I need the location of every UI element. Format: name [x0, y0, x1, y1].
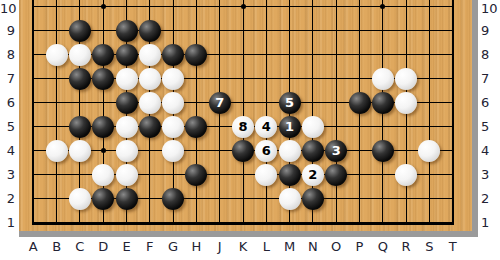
move-number-5: 5 [285, 96, 294, 109]
column-label-S: S [419, 239, 439, 255]
row-label-left-6: 6 [0, 95, 15, 111]
row-label-left-8: 8 [0, 47, 15, 63]
stone-white-C4[interactable] [69, 140, 91, 162]
stone-white-R6[interactable] [395, 92, 417, 114]
move-number-8: 8 [238, 120, 247, 133]
grid-line-col-O [336, 0, 337, 225]
stone-black-D5[interactable] [92, 116, 114, 138]
stone-black-D7[interactable] [92, 68, 114, 90]
grid-line-col-T [452, 0, 454, 225]
grid-line-col-L [266, 0, 267, 225]
column-label-B: B [47, 239, 67, 255]
stone-white-G6[interactable] [162, 92, 184, 114]
grid-line-col-S [429, 0, 430, 225]
stone-black-G2[interactable] [162, 188, 184, 210]
stone-black-N2[interactable] [302, 188, 324, 210]
stone-black-F5[interactable] [139, 116, 161, 138]
column-label-Q: Q [373, 239, 393, 255]
grid-line-row-1 [32, 222, 453, 225]
stone-black-K4[interactable] [232, 140, 254, 162]
grid-line-col-A [32, 0, 34, 225]
row-label-right-4: 4 [481, 143, 500, 159]
column-label-T: T [443, 239, 463, 255]
stone-black-E8[interactable] [116, 44, 138, 66]
column-label-P: P [350, 239, 370, 255]
column-label-R: R [396, 239, 416, 255]
column-label-O: O [326, 239, 346, 255]
move-number-3: 3 [332, 144, 341, 157]
row-label-left-4: 4 [0, 143, 15, 159]
row-label-left-2: 2 [0, 191, 15, 207]
stone-white-N3[interactable]: 2 [302, 164, 324, 186]
stone-white-F8[interactable] [139, 44, 161, 66]
stone-black-H8[interactable] [185, 44, 207, 66]
grid-line-col-B [56, 0, 57, 225]
column-label-A: A [23, 239, 43, 255]
go-diagram: 758416321010998877665544332211ABCDEFGHJK… [0, 0, 500, 260]
grid-line-col-H [196, 0, 197, 225]
stone-white-F6[interactable] [139, 92, 161, 114]
row-label-right-3: 3 [481, 167, 500, 183]
stone-black-J6[interactable]: 7 [209, 92, 231, 114]
stone-black-C5[interactable] [69, 116, 91, 138]
stone-white-E7[interactable] [116, 68, 138, 90]
row-label-right-6: 6 [481, 95, 500, 111]
row-label-right-8: 8 [481, 47, 500, 63]
stone-white-R3[interactable] [395, 164, 417, 186]
stone-black-O4[interactable]: 3 [325, 140, 347, 162]
row-label-right-10: 10 [481, 1, 500, 17]
stone-black-M6[interactable]: 5 [279, 92, 301, 114]
move-number-7: 7 [215, 96, 224, 109]
move-number-1: 1 [285, 120, 294, 133]
stone-white-E4[interactable] [116, 140, 138, 162]
stone-white-G4[interactable] [162, 140, 184, 162]
stone-white-G7[interactable] [162, 68, 184, 90]
stone-black-Q6[interactable] [372, 92, 394, 114]
stone-white-D3[interactable] [92, 164, 114, 186]
row-label-right-1: 1 [481, 215, 500, 231]
row-label-left-1: 1 [0, 215, 15, 231]
row-label-right-9: 9 [481, 23, 500, 39]
move-number-6: 6 [262, 144, 271, 157]
stone-black-Q4[interactable] [372, 140, 394, 162]
stone-white-G5[interactable] [162, 116, 184, 138]
stone-white-C8[interactable] [69, 44, 91, 66]
column-label-H: H [186, 239, 206, 255]
row-label-left-7: 7 [0, 71, 15, 87]
column-label-E: E [117, 239, 137, 255]
stone-black-M5[interactable]: 1 [279, 116, 301, 138]
column-label-K: K [233, 239, 253, 255]
stone-black-C9[interactable] [69, 20, 91, 42]
row-label-left-9: 9 [0, 23, 15, 39]
stone-white-E5[interactable] [116, 116, 138, 138]
column-label-F: F [140, 239, 160, 255]
stone-white-C2[interactable] [69, 188, 91, 210]
stone-black-G8[interactable] [162, 44, 184, 66]
column-label-C: C [70, 239, 90, 255]
stone-white-K5[interactable]: 8 [232, 116, 254, 138]
stone-white-M2[interactable] [279, 188, 301, 210]
stone-white-F7[interactable] [139, 68, 161, 90]
column-label-L: L [256, 239, 276, 255]
move-number-2: 2 [308, 168, 317, 181]
row-label-right-7: 7 [481, 71, 500, 87]
row-label-right-2: 2 [481, 191, 500, 207]
stone-black-D8[interactable] [92, 44, 114, 66]
stone-white-N5[interactable] [302, 116, 324, 138]
row-label-left-5: 5 [0, 119, 15, 135]
stone-white-L4[interactable]: 6 [255, 140, 277, 162]
stone-black-P6[interactable] [349, 92, 371, 114]
stone-white-L5[interactable]: 4 [255, 116, 277, 138]
column-label-G: G [163, 239, 183, 255]
stone-white-B8[interactable] [46, 44, 68, 66]
stone-black-E6[interactable] [116, 92, 138, 114]
move-number-4: 4 [262, 120, 271, 133]
stone-black-N4[interactable] [302, 140, 324, 162]
grid-line-col-K [243, 0, 244, 225]
column-label-M: M [280, 239, 300, 255]
row-label-left-3: 3 [0, 167, 15, 183]
star-point-K10 [241, 4, 246, 9]
stone-white-B4[interactable] [46, 140, 68, 162]
stone-black-F9[interactable] [139, 20, 161, 42]
grid-line-row-9 [32, 30, 453, 31]
column-label-D: D [93, 239, 113, 255]
row-label-right-5: 5 [481, 119, 500, 135]
stone-black-M3[interactable] [279, 164, 301, 186]
stone-black-E2[interactable] [116, 188, 138, 210]
stone-white-M4[interactable] [279, 140, 301, 162]
stone-white-Q7[interactable] [372, 68, 394, 90]
stone-black-D2[interactable] [92, 188, 114, 210]
stone-black-E9[interactable] [116, 20, 138, 42]
column-label-J: J [210, 239, 230, 255]
stone-white-E3[interactable] [116, 164, 138, 186]
star-point-D10 [101, 4, 106, 9]
stone-black-O3[interactable] [325, 164, 347, 186]
row-label-left-10: 10 [0, 1, 15, 17]
stone-white-R7[interactable] [395, 68, 417, 90]
column-label-N: N [303, 239, 323, 255]
stone-black-C7[interactable] [69, 68, 91, 90]
